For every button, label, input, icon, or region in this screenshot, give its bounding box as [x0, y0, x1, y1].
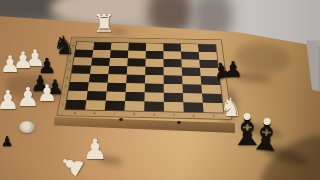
- white-piece-fallen[interactable]: [19, 121, 35, 133]
- white-pawn-glyph: ♟: [37, 82, 58, 105]
- white-pawn-glyph: ♟: [0, 53, 20, 76]
- white-pawn[interactable]: ♟: [0, 87, 20, 113]
- white-rook[interactable]: ♜: [93, 11, 115, 36]
- white-pawn[interactable]: ♟: [16, 84, 39, 110]
- black-pawn-glyph: ♟: [1, 134, 14, 148]
- scene: abcdefgh 87654321 ♜♞♟♟♟♟♟♟♟♟♟♟♟♞♟♝♝♟♟: [0, 0, 320, 180]
- white-pawn-glyph: ♟: [0, 87, 20, 113]
- white-pawn[interactable]: ♟: [0, 53, 20, 76]
- white-pawn[interactable]: ♟: [37, 82, 58, 105]
- white-pawn-glyph: ♟: [16, 84, 39, 110]
- black-pawn[interactable]: ♟: [1, 134, 14, 148]
- white-rook-glyph: ♜: [93, 11, 115, 36]
- fallen-piece-base: [19, 121, 35, 133]
- black-bishop[interactable]: ♝: [247, 115, 286, 157]
- pieces-layer: ♜♞♟♟♟♟♟♟♟♟♟♟♟♞♟♝♝♟♟: [0, 0, 320, 180]
